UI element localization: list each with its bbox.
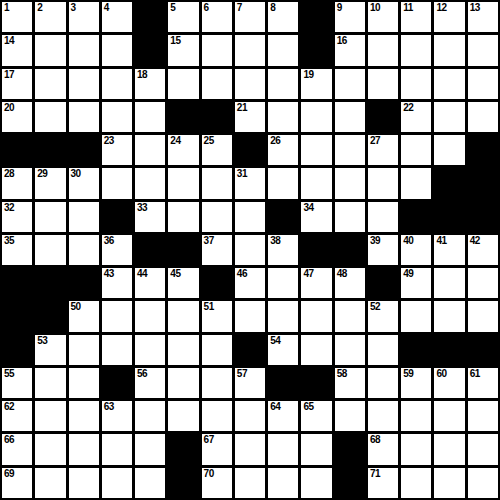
cell-r8c1[interactable]: 35 bbox=[2, 235, 32, 265]
cell-r12c13[interactable]: 59 bbox=[401, 368, 431, 398]
cell-r12c5[interactable]: 56 bbox=[135, 368, 165, 398]
cell-r13c7[interactable] bbox=[202, 401, 232, 431]
clue-number-57: 57 bbox=[237, 368, 247, 380]
clue-number-12: 12 bbox=[436, 2, 446, 14]
cell-r13c13[interactable] bbox=[401, 401, 431, 431]
cell-r14c4[interactable] bbox=[102, 434, 132, 464]
clue-number-54: 54 bbox=[270, 335, 280, 347]
cell-r5c4[interactable]: 23 bbox=[102, 135, 132, 165]
cell-r4c1[interactable]: 20 bbox=[2, 102, 32, 132]
cell-r2c8[interactable] bbox=[235, 35, 265, 65]
clue-number-48: 48 bbox=[337, 268, 347, 280]
cell-r14c7[interactable]: 67 bbox=[202, 434, 232, 464]
cell-r1c3[interactable]: 3 bbox=[69, 2, 99, 32]
cell-r3c8[interactable] bbox=[235, 69, 265, 99]
cell-r6c7[interactable] bbox=[202, 168, 232, 198]
clue-number-19: 19 bbox=[303, 69, 313, 81]
clue-number-63: 63 bbox=[104, 401, 114, 413]
cell-r5c13[interactable] bbox=[401, 135, 431, 165]
clue-number-4: 4 bbox=[104, 2, 109, 14]
black-cell-r2c10 bbox=[301, 35, 331, 65]
cell-r15c1[interactable]: 69 bbox=[2, 468, 32, 498]
cell-r8c4[interactable]: 36 bbox=[102, 235, 132, 265]
cell-r9c8[interactable]: 46 bbox=[235, 268, 265, 298]
clue-number-50: 50 bbox=[71, 301, 81, 313]
cell-r8c2[interactable] bbox=[35, 235, 65, 265]
cell-r13c4[interactable]: 63 bbox=[102, 401, 132, 431]
clue-number-22: 22 bbox=[403, 102, 413, 114]
cell-r14c12[interactable]: 68 bbox=[368, 434, 398, 464]
cell-r8c14[interactable]: 41 bbox=[434, 235, 464, 265]
clue-number-65: 65 bbox=[303, 401, 313, 413]
cell-r14c8[interactable] bbox=[235, 434, 265, 464]
cell-r9c6[interactable]: 45 bbox=[168, 268, 198, 298]
clue-number-18: 18 bbox=[137, 69, 147, 81]
cell-r7c7[interactable] bbox=[202, 202, 232, 232]
cell-r14c5[interactable] bbox=[135, 434, 165, 464]
cell-r2c2[interactable] bbox=[35, 35, 65, 65]
cell-r9c14[interactable] bbox=[434, 268, 464, 298]
cell-r15c12[interactable]: 71 bbox=[368, 468, 398, 498]
cell-r4c3[interactable] bbox=[69, 102, 99, 132]
cell-r8c15[interactable]: 42 bbox=[468, 235, 498, 265]
cell-r5c9[interactable]: 26 bbox=[268, 135, 298, 165]
cell-r13c9[interactable]: 64 bbox=[268, 401, 298, 431]
black-cell-r5c2 bbox=[35, 135, 65, 165]
cell-r14c1[interactable]: 66 bbox=[2, 434, 32, 464]
cell-r10c13[interactable] bbox=[401, 301, 431, 331]
cell-r10c7[interactable]: 51 bbox=[202, 301, 232, 331]
cell-r1c2[interactable]: 2 bbox=[35, 2, 65, 32]
cell-r13c1[interactable]: 62 bbox=[2, 401, 32, 431]
cell-r3c14[interactable] bbox=[434, 69, 464, 99]
cell-r11c10[interactable] bbox=[301, 335, 331, 365]
cell-r15c14[interactable] bbox=[434, 468, 464, 498]
black-cell-r7c9 bbox=[268, 202, 298, 232]
cell-r9c15[interactable] bbox=[468, 268, 498, 298]
cell-r12c11[interactable]: 58 bbox=[335, 368, 365, 398]
cell-r12c2[interactable] bbox=[35, 368, 65, 398]
clue-number-30: 30 bbox=[71, 168, 81, 180]
black-cell-r7c4 bbox=[102, 202, 132, 232]
cell-r2c14[interactable] bbox=[434, 35, 464, 65]
cell-r6c13[interactable] bbox=[401, 168, 431, 198]
cell-r11c7[interactable] bbox=[202, 335, 232, 365]
black-cell-r9c2 bbox=[35, 268, 65, 298]
clue-number-43: 43 bbox=[104, 268, 114, 280]
cell-r8c13[interactable]: 40 bbox=[401, 235, 431, 265]
cell-r4c8[interactable]: 21 bbox=[235, 102, 265, 132]
black-cell-r11c13 bbox=[401, 335, 431, 365]
cell-r2c12[interactable] bbox=[368, 35, 398, 65]
cell-r3c1[interactable]: 17 bbox=[2, 69, 32, 99]
cell-r12c6[interactable] bbox=[168, 368, 198, 398]
cell-r15c13[interactable] bbox=[401, 468, 431, 498]
clue-number-69: 69 bbox=[4, 468, 14, 480]
cell-r4c15[interactable] bbox=[468, 102, 498, 132]
black-cell-r11c15 bbox=[468, 335, 498, 365]
cell-r3c10[interactable]: 19 bbox=[301, 69, 331, 99]
cell-r4c4[interactable] bbox=[102, 102, 132, 132]
cell-r14c10[interactable] bbox=[301, 434, 331, 464]
cell-r15c3[interactable] bbox=[69, 468, 99, 498]
cell-r1c8[interactable]: 7 bbox=[235, 2, 265, 32]
black-cell-r5c15 bbox=[468, 135, 498, 165]
cell-r13c15[interactable] bbox=[468, 401, 498, 431]
cell-r12c12[interactable] bbox=[368, 368, 398, 398]
black-cell-r2c5 bbox=[135, 35, 165, 65]
cell-r15c2[interactable] bbox=[35, 468, 65, 498]
black-cell-r10c1 bbox=[2, 301, 32, 331]
cell-r13c8[interactable] bbox=[235, 401, 265, 431]
cell-r10c14[interactable] bbox=[434, 301, 464, 331]
clue-number-44: 44 bbox=[137, 268, 147, 280]
black-cell-r8c10 bbox=[301, 235, 331, 265]
cell-r10c12[interactable]: 52 bbox=[368, 301, 398, 331]
clue-number-7: 7 bbox=[237, 2, 242, 14]
black-cell-r9c1 bbox=[2, 268, 32, 298]
cell-r7c1[interactable]: 32 bbox=[2, 202, 32, 232]
cell-r1c6[interactable]: 5 bbox=[168, 2, 198, 32]
cell-r10c6[interactable] bbox=[168, 301, 198, 331]
cell-r5c10[interactable] bbox=[301, 135, 331, 165]
cell-r11c9[interactable]: 54 bbox=[268, 335, 298, 365]
clue-number-2: 2 bbox=[37, 2, 42, 14]
cell-r4c11[interactable] bbox=[335, 102, 365, 132]
black-cell-r8c11 bbox=[335, 235, 365, 265]
black-cell-r15c6 bbox=[168, 468, 198, 498]
clue-number-52: 52 bbox=[370, 301, 380, 313]
cell-r7c8[interactable] bbox=[235, 202, 265, 232]
cell-r1c11[interactable]: 9 bbox=[335, 2, 365, 32]
cell-r5c6[interactable]: 24 bbox=[168, 135, 198, 165]
black-cell-r5c1 bbox=[2, 135, 32, 165]
cell-r9c13[interactable]: 49 bbox=[401, 268, 431, 298]
cell-r13c5[interactable] bbox=[135, 401, 165, 431]
black-cell-r4c6 bbox=[168, 102, 198, 132]
cell-r9c4[interactable]: 43 bbox=[102, 268, 132, 298]
clue-number-70: 70 bbox=[204, 468, 214, 480]
cell-r6c3[interactable]: 30 bbox=[69, 168, 99, 198]
cell-r6c4[interactable] bbox=[102, 168, 132, 198]
cell-r12c3[interactable] bbox=[69, 368, 99, 398]
cell-r3c9[interactable] bbox=[268, 69, 298, 99]
clue-number-60: 60 bbox=[436, 368, 446, 380]
cell-r8c12[interactable]: 39 bbox=[368, 235, 398, 265]
cell-r5c11[interactable] bbox=[335, 135, 365, 165]
cell-r6c5[interactable] bbox=[135, 168, 165, 198]
black-cell-r10c2 bbox=[35, 301, 65, 331]
clue-number-62: 62 bbox=[4, 401, 14, 413]
clue-number-40: 40 bbox=[403, 235, 413, 247]
clue-number-5: 5 bbox=[170, 2, 175, 14]
cell-r12c14[interactable]: 60 bbox=[434, 368, 464, 398]
clue-number-67: 67 bbox=[204, 434, 214, 446]
cell-r3c12[interactable] bbox=[368, 69, 398, 99]
clue-number-61: 61 bbox=[470, 368, 480, 380]
clue-number-45: 45 bbox=[170, 268, 180, 280]
cell-r2c7[interactable] bbox=[202, 35, 232, 65]
cell-r5c5[interactable] bbox=[135, 135, 165, 165]
clue-number-64: 64 bbox=[270, 401, 280, 413]
cell-r8c9[interactable]: 38 bbox=[268, 235, 298, 265]
clue-number-25: 25 bbox=[204, 135, 214, 147]
cell-r10c3[interactable]: 50 bbox=[69, 301, 99, 331]
black-cell-r12c4 bbox=[102, 368, 132, 398]
clue-number-10: 10 bbox=[370, 2, 380, 14]
clue-number-51: 51 bbox=[204, 301, 214, 313]
cell-r15c8[interactable] bbox=[235, 468, 265, 498]
cell-r15c9[interactable] bbox=[268, 468, 298, 498]
clue-number-38: 38 bbox=[270, 235, 280, 247]
cell-r6c11[interactable] bbox=[335, 168, 365, 198]
cell-r8c8[interactable] bbox=[235, 235, 265, 265]
cell-r3c2[interactable] bbox=[35, 69, 65, 99]
black-cell-r5c3 bbox=[69, 135, 99, 165]
clue-number-21: 21 bbox=[237, 102, 247, 114]
cell-r1c15[interactable]: 13 bbox=[468, 2, 498, 32]
cell-r13c2[interactable] bbox=[35, 401, 65, 431]
clue-number-23: 23 bbox=[104, 135, 114, 147]
clue-number-16: 16 bbox=[337, 35, 347, 47]
crossword-board: 1234567891011121314151617181920212223242… bbox=[0, 0, 500, 500]
cell-r13c12[interactable] bbox=[368, 401, 398, 431]
clue-number-34: 34 bbox=[303, 202, 313, 214]
cell-r5c12[interactable]: 27 bbox=[368, 135, 398, 165]
black-cell-r6c15 bbox=[468, 168, 498, 198]
black-cell-r9c7 bbox=[202, 268, 232, 298]
cell-r13c14[interactable] bbox=[434, 401, 464, 431]
cell-r3c4[interactable] bbox=[102, 69, 132, 99]
cell-r9c9[interactable] bbox=[268, 268, 298, 298]
cell-r10c4[interactable] bbox=[102, 301, 132, 331]
cell-r6c12[interactable] bbox=[368, 168, 398, 198]
cell-r4c2[interactable] bbox=[35, 102, 65, 132]
clue-number-66: 66 bbox=[4, 434, 14, 446]
cell-r10c15[interactable] bbox=[468, 301, 498, 331]
clue-number-46: 46 bbox=[237, 268, 247, 280]
cell-r3c13[interactable] bbox=[401, 69, 431, 99]
cell-r7c12[interactable] bbox=[368, 202, 398, 232]
cell-r1c13[interactable]: 11 bbox=[401, 2, 431, 32]
cell-r3c3[interactable] bbox=[69, 69, 99, 99]
cell-r13c11[interactable] bbox=[335, 401, 365, 431]
cell-r11c11[interactable] bbox=[335, 335, 365, 365]
cell-r10c9[interactable] bbox=[268, 301, 298, 331]
clue-number-26: 26 bbox=[270, 135, 280, 147]
clue-number-53: 53 bbox=[37, 335, 47, 347]
black-cell-r9c12 bbox=[368, 268, 398, 298]
cell-r4c10[interactable] bbox=[301, 102, 331, 132]
black-cell-r9c3 bbox=[69, 268, 99, 298]
cell-r10c8[interactable] bbox=[235, 301, 265, 331]
cell-r3c7[interactable] bbox=[202, 69, 232, 99]
cell-r12c7[interactable] bbox=[202, 368, 232, 398]
black-cell-r4c7 bbox=[202, 102, 232, 132]
clue-number-58: 58 bbox=[337, 368, 347, 380]
cell-r2c6[interactable]: 15 bbox=[168, 35, 198, 65]
black-cell-r1c5 bbox=[135, 2, 165, 32]
black-cell-r11c8 bbox=[235, 335, 265, 365]
cell-r6c1[interactable]: 28 bbox=[2, 168, 32, 198]
clue-number-59: 59 bbox=[403, 368, 413, 380]
cell-r10c5[interactable] bbox=[135, 301, 165, 331]
cell-r2c9[interactable] bbox=[268, 35, 298, 65]
clue-number-29: 29 bbox=[37, 168, 47, 180]
cell-r11c5[interactable] bbox=[135, 335, 165, 365]
cell-r9c5[interactable]: 44 bbox=[135, 268, 165, 298]
cell-r14c15[interactable] bbox=[468, 434, 498, 464]
cell-r10c11[interactable] bbox=[335, 301, 365, 331]
cell-r8c3[interactable] bbox=[69, 235, 99, 265]
cell-r11c2[interactable]: 53 bbox=[35, 335, 65, 365]
clue-number-49: 49 bbox=[403, 268, 413, 280]
cell-r4c13[interactable]: 22 bbox=[401, 102, 431, 132]
cell-r13c6[interactable] bbox=[168, 401, 198, 431]
cell-r1c7[interactable]: 6 bbox=[202, 2, 232, 32]
clue-number-36: 36 bbox=[104, 235, 114, 247]
cell-r7c6[interactable] bbox=[168, 202, 198, 232]
cell-r10c10[interactable] bbox=[301, 301, 331, 331]
cell-r15c10[interactable] bbox=[301, 468, 331, 498]
cell-r8c7[interactable]: 37 bbox=[202, 235, 232, 265]
cell-r15c15[interactable] bbox=[468, 468, 498, 498]
cell-r2c4[interactable] bbox=[102, 35, 132, 65]
cell-r1c1[interactable]: 1 bbox=[2, 2, 32, 32]
cell-r6c2[interactable]: 29 bbox=[35, 168, 65, 198]
cell-r14c3[interactable] bbox=[69, 434, 99, 464]
black-cell-r5c8 bbox=[235, 135, 265, 165]
black-cell-r4c12 bbox=[368, 102, 398, 132]
clue-number-33: 33 bbox=[137, 202, 147, 214]
black-cell-r6c14 bbox=[434, 168, 464, 198]
cell-r14c13[interactable] bbox=[401, 434, 431, 464]
black-cell-r12c10 bbox=[301, 368, 331, 398]
black-cell-r12c9 bbox=[268, 368, 298, 398]
clue-number-24: 24 bbox=[170, 135, 180, 147]
clue-number-27: 27 bbox=[370, 135, 380, 147]
cell-r13c10[interactable]: 65 bbox=[301, 401, 331, 431]
cell-r7c11[interactable] bbox=[335, 202, 365, 232]
clue-number-17: 17 bbox=[4, 69, 14, 81]
clue-number-37: 37 bbox=[204, 235, 214, 247]
cell-r13c3[interactable] bbox=[69, 401, 99, 431]
cell-r11c6[interactable] bbox=[168, 335, 198, 365]
cell-r7c3[interactable] bbox=[69, 202, 99, 232]
cell-r11c4[interactable] bbox=[102, 335, 132, 365]
black-cell-r14c6 bbox=[168, 434, 198, 464]
clue-number-28: 28 bbox=[4, 168, 14, 180]
clue-number-56: 56 bbox=[137, 368, 147, 380]
clue-number-35: 35 bbox=[4, 235, 14, 247]
black-cell-r1c10 bbox=[301, 2, 331, 32]
cell-r2c13[interactable] bbox=[401, 35, 431, 65]
cell-r14c14[interactable] bbox=[434, 434, 464, 464]
black-cell-r11c14 bbox=[434, 335, 464, 365]
cell-r3c5[interactable]: 18 bbox=[135, 69, 165, 99]
cell-r4c9[interactable] bbox=[268, 102, 298, 132]
cell-r7c5[interactable]: 33 bbox=[135, 202, 165, 232]
black-cell-r7c14 bbox=[434, 202, 464, 232]
cell-r15c5[interactable] bbox=[135, 468, 165, 498]
cell-r1c9[interactable]: 8 bbox=[268, 2, 298, 32]
cell-r2c3[interactable] bbox=[69, 35, 99, 65]
clue-number-32: 32 bbox=[4, 202, 14, 214]
cell-r7c10[interactable]: 34 bbox=[301, 202, 331, 232]
black-cell-r15c11 bbox=[335, 468, 365, 498]
cell-r5c14[interactable] bbox=[434, 135, 464, 165]
clue-number-15: 15 bbox=[170, 35, 180, 47]
black-cell-r11c1 bbox=[2, 335, 32, 365]
cell-r2c15[interactable] bbox=[468, 35, 498, 65]
clue-number-14: 14 bbox=[4, 35, 14, 47]
clue-number-47: 47 bbox=[303, 268, 313, 280]
black-cell-r8c5 bbox=[135, 235, 165, 265]
cell-r2c1[interactable]: 14 bbox=[2, 35, 32, 65]
cell-r7c2[interactable] bbox=[35, 202, 65, 232]
cell-r11c3[interactable] bbox=[69, 335, 99, 365]
cell-r4c5[interactable] bbox=[135, 102, 165, 132]
cell-r1c12[interactable]: 10 bbox=[368, 2, 398, 32]
cell-r14c9[interactable] bbox=[268, 434, 298, 464]
cell-r6c10[interactable] bbox=[301, 168, 331, 198]
cell-r1c4[interactable]: 4 bbox=[102, 2, 132, 32]
clue-number-55: 55 bbox=[4, 368, 14, 380]
black-cell-r14c11 bbox=[335, 434, 365, 464]
cell-r3c6[interactable] bbox=[168, 69, 198, 99]
cell-r14c2[interactable] bbox=[35, 434, 65, 464]
clue-number-8: 8 bbox=[270, 2, 275, 14]
clue-number-41: 41 bbox=[436, 235, 446, 247]
black-cell-r8c6 bbox=[168, 235, 198, 265]
clue-number-3: 3 bbox=[71, 2, 76, 14]
clue-number-31: 31 bbox=[237, 168, 247, 180]
clue-number-42: 42 bbox=[470, 235, 480, 247]
cell-r15c7[interactable]: 70 bbox=[202, 468, 232, 498]
clue-number-6: 6 bbox=[204, 2, 209, 14]
cell-r15c4[interactable] bbox=[102, 468, 132, 498]
clue-number-9: 9 bbox=[337, 2, 342, 14]
clue-number-1: 1 bbox=[4, 2, 9, 14]
clue-number-20: 20 bbox=[4, 102, 14, 114]
cell-r9c10[interactable]: 47 bbox=[301, 268, 331, 298]
cell-r4c14[interactable] bbox=[434, 102, 464, 132]
black-cell-r7c13 bbox=[401, 202, 431, 232]
cell-r12c15[interactable]: 61 bbox=[468, 368, 498, 398]
cell-r6c8[interactable]: 31 bbox=[235, 168, 265, 198]
cell-r2c11[interactable]: 16 bbox=[335, 35, 365, 65]
cell-r5c7[interactable]: 25 bbox=[202, 135, 232, 165]
cell-r11c12[interactable] bbox=[368, 335, 398, 365]
clue-number-71: 71 bbox=[370, 468, 380, 480]
cell-r3c11[interactable] bbox=[335, 69, 365, 99]
cell-r3c15[interactable] bbox=[468, 69, 498, 99]
clue-number-68: 68 bbox=[370, 434, 380, 446]
clue-number-39: 39 bbox=[370, 235, 380, 247]
cell-r6c9[interactable] bbox=[268, 168, 298, 198]
cell-r6c6[interactable] bbox=[168, 168, 198, 198]
clue-number-11: 11 bbox=[403, 2, 413, 14]
cell-r12c1[interactable]: 55 bbox=[2, 368, 32, 398]
black-cell-r7c15 bbox=[468, 202, 498, 232]
cell-r9c11[interactable]: 48 bbox=[335, 268, 365, 298]
cell-r12c8[interactable]: 57 bbox=[235, 368, 265, 398]
cell-r1c14[interactable]: 12 bbox=[434, 2, 464, 32]
clue-number-13: 13 bbox=[470, 2, 480, 14]
